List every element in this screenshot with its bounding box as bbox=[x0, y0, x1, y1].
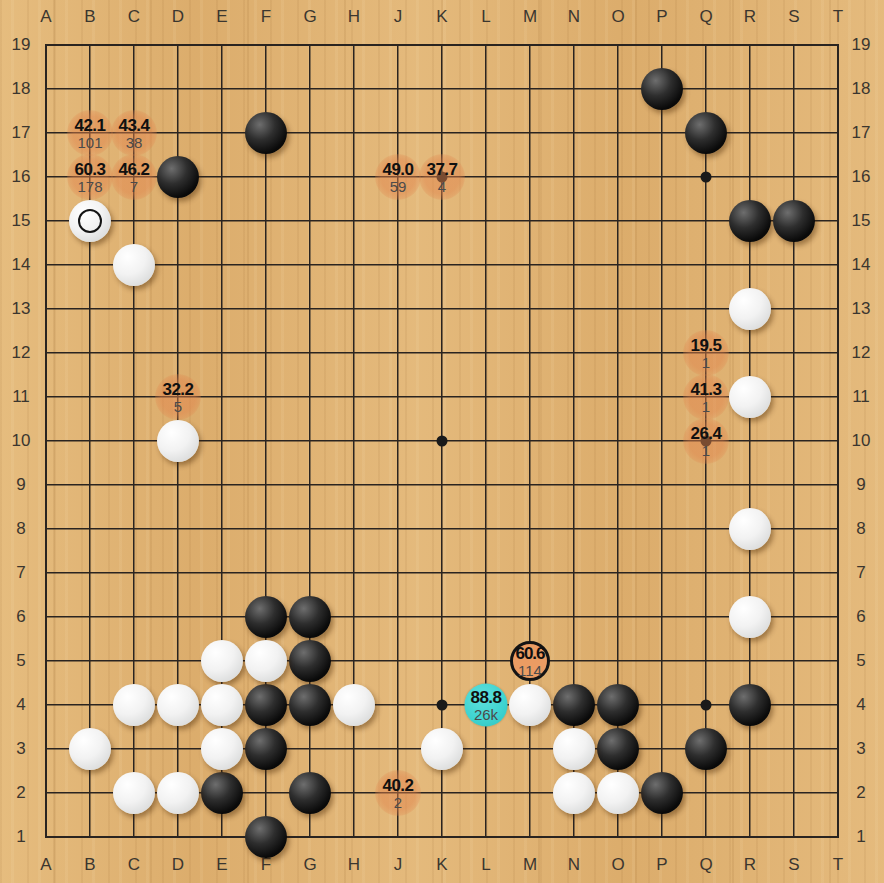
intersection-J8[interactable] bbox=[376, 507, 420, 551]
intersection-P7[interactable] bbox=[640, 551, 684, 595]
intersection-Q9[interactable] bbox=[684, 463, 728, 507]
intersection-N19[interactable] bbox=[552, 23, 596, 67]
intersection-R17[interactable] bbox=[728, 111, 772, 155]
intersection-G12[interactable] bbox=[288, 331, 332, 375]
intersection-T10[interactable] bbox=[816, 419, 860, 463]
intersection-H3[interactable] bbox=[332, 727, 376, 771]
intersection-C12[interactable] bbox=[112, 331, 156, 375]
intersection-H9[interactable] bbox=[332, 463, 376, 507]
intersection-R11[interactable] bbox=[728, 375, 772, 419]
intersection-F19[interactable] bbox=[244, 23, 288, 67]
intersection-J9[interactable] bbox=[376, 463, 420, 507]
intersection-M18[interactable] bbox=[508, 67, 552, 111]
intersection-T7[interactable] bbox=[816, 551, 860, 595]
intersection-L8[interactable] bbox=[464, 507, 508, 551]
intersection-F7[interactable] bbox=[244, 551, 288, 595]
intersection-K14[interactable] bbox=[420, 243, 464, 287]
intersection-F2[interactable] bbox=[244, 771, 288, 815]
intersection-H5[interactable] bbox=[332, 639, 376, 683]
intersection-L5[interactable] bbox=[464, 639, 508, 683]
intersection-J6[interactable] bbox=[376, 595, 420, 639]
intersection-R10[interactable] bbox=[728, 419, 772, 463]
intersection-D14[interactable] bbox=[156, 243, 200, 287]
intersection-B15[interactable] bbox=[68, 199, 112, 243]
intersection-J12[interactable] bbox=[376, 331, 420, 375]
intersection-G18[interactable] bbox=[288, 67, 332, 111]
candidate-move-Q12[interactable]: 19.51 bbox=[683, 330, 729, 376]
intersection-B14[interactable] bbox=[68, 243, 112, 287]
intersection-S19[interactable] bbox=[772, 23, 816, 67]
intersection-G19[interactable] bbox=[288, 23, 332, 67]
intersection-M7[interactable] bbox=[508, 551, 552, 595]
intersection-C11[interactable] bbox=[112, 375, 156, 419]
intersection-L7[interactable] bbox=[464, 551, 508, 595]
intersection-O10[interactable] bbox=[596, 419, 640, 463]
intersection-K7[interactable] bbox=[420, 551, 464, 595]
intersection-K13[interactable] bbox=[420, 287, 464, 331]
intersection-L1[interactable] bbox=[464, 815, 508, 859]
intersection-M2[interactable] bbox=[508, 771, 552, 815]
intersection-P18[interactable] bbox=[640, 67, 684, 111]
intersection-C6[interactable] bbox=[112, 595, 156, 639]
intersection-T12[interactable] bbox=[816, 331, 860, 375]
intersection-R3[interactable] bbox=[728, 727, 772, 771]
intersection-P6[interactable] bbox=[640, 595, 684, 639]
intersection-G7[interactable] bbox=[288, 551, 332, 595]
intersection-R8[interactable] bbox=[728, 507, 772, 551]
intersection-H12[interactable] bbox=[332, 331, 376, 375]
intersection-R2[interactable] bbox=[728, 771, 772, 815]
intersection-B3[interactable] bbox=[68, 727, 112, 771]
intersection-K15[interactable] bbox=[420, 199, 464, 243]
intersection-F9[interactable] bbox=[244, 463, 288, 507]
intersection-S14[interactable] bbox=[772, 243, 816, 287]
intersection-F14[interactable] bbox=[244, 243, 288, 287]
intersection-B1[interactable] bbox=[68, 815, 112, 859]
intersection-B7[interactable] bbox=[68, 551, 112, 595]
intersection-F1[interactable] bbox=[244, 815, 288, 859]
intersection-R6[interactable] bbox=[728, 595, 772, 639]
intersection-G14[interactable] bbox=[288, 243, 332, 287]
intersection-L9[interactable] bbox=[464, 463, 508, 507]
intersection-C3[interactable] bbox=[112, 727, 156, 771]
intersection-E15[interactable] bbox=[200, 199, 244, 243]
intersection-E11[interactable] bbox=[200, 375, 244, 419]
intersection-E2[interactable] bbox=[200, 771, 244, 815]
intersection-A17[interactable] bbox=[24, 111, 68, 155]
intersection-L16[interactable] bbox=[464, 155, 508, 199]
candidate-move-Q11[interactable]: 41.31 bbox=[683, 374, 729, 420]
intersection-K12[interactable] bbox=[420, 331, 464, 375]
intersection-F3[interactable] bbox=[244, 727, 288, 771]
intersection-R15[interactable] bbox=[728, 199, 772, 243]
candidate-move-K16[interactable]: 37.74 bbox=[419, 154, 465, 200]
intersection-S1[interactable] bbox=[772, 815, 816, 859]
intersection-O18[interactable] bbox=[596, 67, 640, 111]
intersection-J10[interactable] bbox=[376, 419, 420, 463]
intersection-P17[interactable] bbox=[640, 111, 684, 155]
intersection-T11[interactable] bbox=[816, 375, 860, 419]
intersection-G6[interactable] bbox=[288, 595, 332, 639]
intersection-T1[interactable] bbox=[816, 815, 860, 859]
intersection-L17[interactable] bbox=[464, 111, 508, 155]
intersection-T14[interactable] bbox=[816, 243, 860, 287]
intersection-Q7[interactable] bbox=[684, 551, 728, 595]
intersection-E5[interactable] bbox=[200, 639, 244, 683]
intersection-O11[interactable] bbox=[596, 375, 640, 419]
intersection-L10[interactable] bbox=[464, 419, 508, 463]
intersection-K8[interactable] bbox=[420, 507, 464, 551]
intersection-J14[interactable] bbox=[376, 243, 420, 287]
candidate-move-M5[interactable]: 60.6114 bbox=[510, 641, 550, 681]
intersection-P10[interactable] bbox=[640, 419, 684, 463]
intersection-R9[interactable] bbox=[728, 463, 772, 507]
intersection-B2[interactable] bbox=[68, 771, 112, 815]
intersection-M4[interactable] bbox=[508, 683, 552, 727]
intersection-C9[interactable] bbox=[112, 463, 156, 507]
intersection-M9[interactable] bbox=[508, 463, 552, 507]
intersection-F11[interactable] bbox=[244, 375, 288, 419]
intersection-N10[interactable] bbox=[552, 419, 596, 463]
intersection-Q17[interactable] bbox=[684, 111, 728, 155]
intersection-H4[interactable] bbox=[332, 683, 376, 727]
intersection-M14[interactable] bbox=[508, 243, 552, 287]
intersection-R5[interactable] bbox=[728, 639, 772, 683]
intersection-K18[interactable] bbox=[420, 67, 464, 111]
intersection-H13[interactable] bbox=[332, 287, 376, 331]
intersection-E3[interactable] bbox=[200, 727, 244, 771]
intersection-G10[interactable] bbox=[288, 419, 332, 463]
intersection-O3[interactable] bbox=[596, 727, 640, 771]
intersection-J5[interactable] bbox=[376, 639, 420, 683]
intersection-J17[interactable] bbox=[376, 111, 420, 155]
intersection-L6[interactable] bbox=[464, 595, 508, 639]
intersection-G16[interactable] bbox=[288, 155, 332, 199]
intersection-P19[interactable] bbox=[640, 23, 684, 67]
intersection-A8[interactable] bbox=[24, 507, 68, 551]
intersection-A19[interactable] bbox=[24, 23, 68, 67]
intersection-L18[interactable] bbox=[464, 67, 508, 111]
intersection-B19[interactable] bbox=[68, 23, 112, 67]
intersection-E12[interactable] bbox=[200, 331, 244, 375]
intersection-P11[interactable] bbox=[640, 375, 684, 419]
intersection-K5[interactable] bbox=[420, 639, 464, 683]
intersection-B10[interactable] bbox=[68, 419, 112, 463]
intersection-T6[interactable] bbox=[816, 595, 860, 639]
intersection-E4[interactable] bbox=[200, 683, 244, 727]
intersection-L13[interactable] bbox=[464, 287, 508, 331]
intersection-D13[interactable] bbox=[156, 287, 200, 331]
intersection-K17[interactable] bbox=[420, 111, 464, 155]
intersection-F15[interactable] bbox=[244, 199, 288, 243]
intersection-N1[interactable] bbox=[552, 815, 596, 859]
intersection-C2[interactable] bbox=[112, 771, 156, 815]
intersection-O17[interactable] bbox=[596, 111, 640, 155]
intersection-C13[interactable] bbox=[112, 287, 156, 331]
intersection-Q2[interactable] bbox=[684, 771, 728, 815]
intersection-R1[interactable] bbox=[728, 815, 772, 859]
intersection-H6[interactable] bbox=[332, 595, 376, 639]
candidate-move-L4[interactable]: 88.826k bbox=[465, 684, 508, 727]
intersection-H10[interactable] bbox=[332, 419, 376, 463]
intersection-F12[interactable] bbox=[244, 331, 288, 375]
intersection-O9[interactable] bbox=[596, 463, 640, 507]
intersection-N4[interactable] bbox=[552, 683, 596, 727]
intersection-R12[interactable] bbox=[728, 331, 772, 375]
intersection-A14[interactable] bbox=[24, 243, 68, 287]
intersection-S17[interactable] bbox=[772, 111, 816, 155]
intersection-D10[interactable] bbox=[156, 419, 200, 463]
intersection-J13[interactable] bbox=[376, 287, 420, 331]
intersection-G1[interactable] bbox=[288, 815, 332, 859]
intersection-D7[interactable] bbox=[156, 551, 200, 595]
intersection-T8[interactable] bbox=[816, 507, 860, 551]
intersection-A18[interactable] bbox=[24, 67, 68, 111]
intersection-G4[interactable] bbox=[288, 683, 332, 727]
intersection-O12[interactable] bbox=[596, 331, 640, 375]
intersection-M15[interactable] bbox=[508, 199, 552, 243]
intersection-Q13[interactable] bbox=[684, 287, 728, 331]
intersection-L3[interactable] bbox=[464, 727, 508, 771]
intersection-G2[interactable] bbox=[288, 771, 332, 815]
intersection-P16[interactable] bbox=[640, 155, 684, 199]
intersection-T19[interactable] bbox=[816, 23, 860, 67]
intersection-A5[interactable] bbox=[24, 639, 68, 683]
intersection-T9[interactable] bbox=[816, 463, 860, 507]
intersection-J3[interactable] bbox=[376, 727, 420, 771]
intersection-S7[interactable] bbox=[772, 551, 816, 595]
intersection-Q15[interactable] bbox=[684, 199, 728, 243]
intersection-H1[interactable] bbox=[332, 815, 376, 859]
intersection-B18[interactable] bbox=[68, 67, 112, 111]
intersection-S18[interactable] bbox=[772, 67, 816, 111]
intersection-G9[interactable] bbox=[288, 463, 332, 507]
intersection-G17[interactable] bbox=[288, 111, 332, 155]
intersection-N2[interactable] bbox=[552, 771, 596, 815]
intersection-B8[interactable] bbox=[68, 507, 112, 551]
intersection-T15[interactable] bbox=[816, 199, 860, 243]
intersection-C18[interactable] bbox=[112, 67, 156, 111]
intersection-S15[interactable] bbox=[772, 199, 816, 243]
intersection-K2[interactable] bbox=[420, 771, 464, 815]
intersection-B6[interactable] bbox=[68, 595, 112, 639]
intersection-Q1[interactable] bbox=[684, 815, 728, 859]
intersection-M10[interactable] bbox=[508, 419, 552, 463]
intersection-Q18[interactable] bbox=[684, 67, 728, 111]
intersection-O2[interactable] bbox=[596, 771, 640, 815]
intersection-A10[interactable] bbox=[24, 419, 68, 463]
intersection-B13[interactable] bbox=[68, 287, 112, 331]
intersection-E19[interactable] bbox=[200, 23, 244, 67]
intersection-D15[interactable] bbox=[156, 199, 200, 243]
intersection-P15[interactable] bbox=[640, 199, 684, 243]
intersection-N17[interactable] bbox=[552, 111, 596, 155]
intersection-S9[interactable] bbox=[772, 463, 816, 507]
intersection-P14[interactable] bbox=[640, 243, 684, 287]
intersection-A4[interactable] bbox=[24, 683, 68, 727]
intersection-M1[interactable] bbox=[508, 815, 552, 859]
intersection-F5[interactable] bbox=[244, 639, 288, 683]
intersection-M17[interactable] bbox=[508, 111, 552, 155]
intersection-B11[interactable] bbox=[68, 375, 112, 419]
intersection-J18[interactable] bbox=[376, 67, 420, 111]
intersection-P4[interactable] bbox=[640, 683, 684, 727]
intersection-S10[interactable] bbox=[772, 419, 816, 463]
intersection-A7[interactable] bbox=[24, 551, 68, 595]
intersection-A3[interactable] bbox=[24, 727, 68, 771]
intersection-R19[interactable] bbox=[728, 23, 772, 67]
intersection-K6[interactable] bbox=[420, 595, 464, 639]
candidate-move-D11[interactable]: 32.25 bbox=[155, 374, 201, 420]
intersection-P1[interactable] bbox=[640, 815, 684, 859]
intersection-E18[interactable] bbox=[200, 67, 244, 111]
intersection-D18[interactable] bbox=[156, 67, 200, 111]
intersection-S8[interactable] bbox=[772, 507, 816, 551]
intersection-A12[interactable] bbox=[24, 331, 68, 375]
intersection-H18[interactable] bbox=[332, 67, 376, 111]
intersection-L15[interactable] bbox=[464, 199, 508, 243]
intersection-N15[interactable] bbox=[552, 199, 596, 243]
intersection-H11[interactable] bbox=[332, 375, 376, 419]
candidate-move-Q10[interactable]: 26.41 bbox=[683, 418, 729, 464]
intersection-N8[interactable] bbox=[552, 507, 596, 551]
intersection-C7[interactable] bbox=[112, 551, 156, 595]
intersection-G11[interactable] bbox=[288, 375, 332, 419]
intersection-A2[interactable] bbox=[24, 771, 68, 815]
intersection-A13[interactable] bbox=[24, 287, 68, 331]
intersection-N13[interactable] bbox=[552, 287, 596, 331]
intersection-J15[interactable] bbox=[376, 199, 420, 243]
intersection-N5[interactable] bbox=[552, 639, 596, 683]
intersection-K1[interactable] bbox=[420, 815, 464, 859]
intersection-S4[interactable] bbox=[772, 683, 816, 727]
intersection-O4[interactable] bbox=[596, 683, 640, 727]
candidate-move-C16[interactable]: 46.27 bbox=[111, 154, 157, 200]
intersection-A9[interactable] bbox=[24, 463, 68, 507]
intersection-A6[interactable] bbox=[24, 595, 68, 639]
intersection-L19[interactable] bbox=[464, 23, 508, 67]
intersection-B5[interactable] bbox=[68, 639, 112, 683]
intersection-E14[interactable] bbox=[200, 243, 244, 287]
intersection-O13[interactable] bbox=[596, 287, 640, 331]
intersection-R18[interactable] bbox=[728, 67, 772, 111]
intersection-K11[interactable] bbox=[420, 375, 464, 419]
intersection-N18[interactable] bbox=[552, 67, 596, 111]
intersection-T2[interactable] bbox=[816, 771, 860, 815]
intersection-O7[interactable] bbox=[596, 551, 640, 595]
intersection-E17[interactable] bbox=[200, 111, 244, 155]
intersection-C5[interactable] bbox=[112, 639, 156, 683]
intersection-J7[interactable] bbox=[376, 551, 420, 595]
intersection-F17[interactable] bbox=[244, 111, 288, 155]
intersection-P9[interactable] bbox=[640, 463, 684, 507]
intersection-T16[interactable] bbox=[816, 155, 860, 199]
intersection-C19[interactable] bbox=[112, 23, 156, 67]
intersection-E7[interactable] bbox=[200, 551, 244, 595]
intersection-T18[interactable] bbox=[816, 67, 860, 111]
intersection-D3[interactable] bbox=[156, 727, 200, 771]
candidate-move-J2[interactable]: 40.22 bbox=[375, 770, 421, 816]
intersection-A1[interactable] bbox=[24, 815, 68, 859]
intersection-N9[interactable] bbox=[552, 463, 596, 507]
intersection-E9[interactable] bbox=[200, 463, 244, 507]
intersection-L2[interactable] bbox=[464, 771, 508, 815]
intersection-P2[interactable] bbox=[640, 771, 684, 815]
intersection-C4[interactable] bbox=[112, 683, 156, 727]
intersection-Q4[interactable] bbox=[684, 683, 728, 727]
intersection-N16[interactable] bbox=[552, 155, 596, 199]
intersection-B4[interactable] bbox=[68, 683, 112, 727]
intersection-M19[interactable] bbox=[508, 23, 552, 67]
intersection-O14[interactable] bbox=[596, 243, 640, 287]
intersection-D9[interactable] bbox=[156, 463, 200, 507]
intersection-S13[interactable] bbox=[772, 287, 816, 331]
intersection-B9[interactable] bbox=[68, 463, 112, 507]
intersection-D2[interactable] bbox=[156, 771, 200, 815]
intersection-S6[interactable] bbox=[772, 595, 816, 639]
intersection-J1[interactable] bbox=[376, 815, 420, 859]
intersection-D6[interactable] bbox=[156, 595, 200, 639]
intersection-M8[interactable] bbox=[508, 507, 552, 551]
intersection-Q3[interactable] bbox=[684, 727, 728, 771]
intersection-K9[interactable] bbox=[420, 463, 464, 507]
intersection-G13[interactable] bbox=[288, 287, 332, 331]
intersection-N14[interactable] bbox=[552, 243, 596, 287]
intersection-M6[interactable] bbox=[508, 595, 552, 639]
intersection-N11[interactable] bbox=[552, 375, 596, 419]
intersection-T5[interactable] bbox=[816, 639, 860, 683]
intersection-E16[interactable] bbox=[200, 155, 244, 199]
intersection-M13[interactable] bbox=[508, 287, 552, 331]
candidate-move-B16[interactable]: 60.3178 bbox=[67, 154, 113, 200]
intersection-F4[interactable] bbox=[244, 683, 288, 727]
intersection-P8[interactable] bbox=[640, 507, 684, 551]
intersection-O5[interactable] bbox=[596, 639, 640, 683]
intersection-O15[interactable] bbox=[596, 199, 640, 243]
intersection-N3[interactable] bbox=[552, 727, 596, 771]
intersection-S2[interactable] bbox=[772, 771, 816, 815]
intersection-E13[interactable] bbox=[200, 287, 244, 331]
intersection-O19[interactable] bbox=[596, 23, 640, 67]
intersection-C8[interactable] bbox=[112, 507, 156, 551]
candidate-move-J16[interactable]: 49.059 bbox=[375, 154, 421, 200]
intersection-C14[interactable] bbox=[112, 243, 156, 287]
intersection-A16[interactable] bbox=[24, 155, 68, 199]
intersection-A15[interactable] bbox=[24, 199, 68, 243]
intersection-F18[interactable] bbox=[244, 67, 288, 111]
intersection-T4[interactable] bbox=[816, 683, 860, 727]
intersection-G3[interactable] bbox=[288, 727, 332, 771]
intersection-F6[interactable] bbox=[244, 595, 288, 639]
intersection-D16[interactable] bbox=[156, 155, 200, 199]
intersection-C10[interactable] bbox=[112, 419, 156, 463]
intersection-Q8[interactable] bbox=[684, 507, 728, 551]
intersection-G8[interactable] bbox=[288, 507, 332, 551]
intersection-E6[interactable] bbox=[200, 595, 244, 639]
intersection-P13[interactable] bbox=[640, 287, 684, 331]
intersection-C15[interactable] bbox=[112, 199, 156, 243]
intersection-Q14[interactable] bbox=[684, 243, 728, 287]
intersection-P12[interactable] bbox=[640, 331, 684, 375]
intersection-M3[interactable] bbox=[508, 727, 552, 771]
intersection-R14[interactable] bbox=[728, 243, 772, 287]
intersection-H14[interactable] bbox=[332, 243, 376, 287]
intersection-F13[interactable] bbox=[244, 287, 288, 331]
intersection-H8[interactable] bbox=[332, 507, 376, 551]
intersection-K3[interactable] bbox=[420, 727, 464, 771]
intersection-H19[interactable] bbox=[332, 23, 376, 67]
intersection-A11[interactable] bbox=[24, 375, 68, 419]
